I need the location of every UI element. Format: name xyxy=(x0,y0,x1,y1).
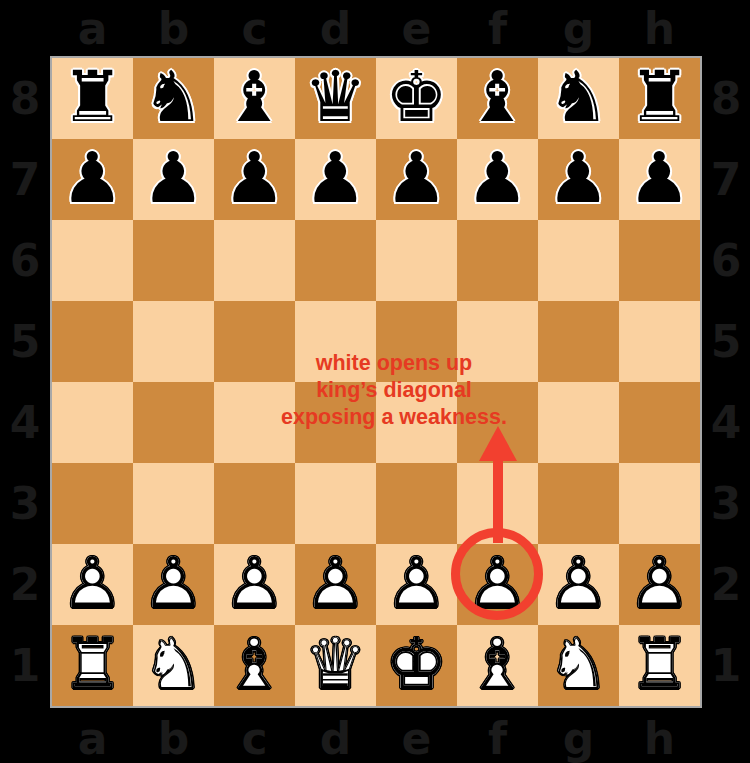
rook-glyph: ♜ xyxy=(52,58,133,139)
square-a2[interactable]: ♟♙ xyxy=(52,544,133,625)
piece-black-rook-h8[interactable]: ♜ xyxy=(619,58,700,139)
square-e8[interactable]: ♚ xyxy=(376,58,457,139)
square-b8[interactable]: ♞ xyxy=(133,58,214,139)
pawn-outline-glyph: ♙ xyxy=(52,544,133,625)
piece-black-king-e8[interactable]: ♚ xyxy=(376,58,457,139)
square-h7[interactable]: ♟ xyxy=(619,139,700,220)
piece-black-pawn-e7[interactable]: ♟ xyxy=(376,139,457,220)
pawn-glyph: ♟ xyxy=(619,139,700,220)
piece-white-knight-b1[interactable]: ♞♘ xyxy=(133,625,214,706)
file-label-top-c: c xyxy=(214,0,295,58)
pawn-glyph: ♟ xyxy=(133,139,214,220)
annotation-line-3: exposing a weakness. xyxy=(244,404,544,431)
knight-glyph: ♞ xyxy=(538,58,619,139)
rook-glyph: ♜ xyxy=(619,58,700,139)
rank-labels-right: 87654321 xyxy=(702,58,750,706)
square-h3[interactable] xyxy=(619,463,700,544)
rook-outline-glyph: ♖ xyxy=(52,625,133,706)
square-b4[interactable] xyxy=(133,382,214,463)
pawn-outline-glyph: ♙ xyxy=(538,544,619,625)
rook-outline-glyph: ♖ xyxy=(619,625,700,706)
pawn-glyph: ♟ xyxy=(376,139,457,220)
square-a7[interactable]: ♟ xyxy=(52,139,133,220)
square-g6[interactable] xyxy=(538,220,619,301)
square-e1[interactable]: ♚♔ xyxy=(376,625,457,706)
arrow-shaft xyxy=(493,455,503,543)
annotation-line-1: white opens up xyxy=(244,350,544,377)
pawn-glyph: ♟ xyxy=(214,139,295,220)
square-e2[interactable]: ♟♙ xyxy=(376,544,457,625)
square-b2[interactable]: ♟♙ xyxy=(133,544,214,625)
square-d7[interactable]: ♟ xyxy=(295,139,376,220)
knight-glyph: ♞ xyxy=(133,58,214,139)
square-a3[interactable] xyxy=(52,463,133,544)
piece-white-pawn-d2[interactable]: ♟♙ xyxy=(295,544,376,625)
pawn-glyph: ♟ xyxy=(52,139,133,220)
pawn-glyph: ♟ xyxy=(295,139,376,220)
square-c8[interactable]: ♝ xyxy=(214,58,295,139)
square-h4[interactable] xyxy=(619,382,700,463)
bishop-glyph: ♝ xyxy=(457,58,538,139)
file-label-bottom-d: d xyxy=(295,709,376,763)
square-g2[interactable]: ♟♙ xyxy=(538,544,619,625)
square-a8[interactable]: ♜ xyxy=(52,58,133,139)
square-b5[interactable] xyxy=(133,301,214,382)
piece-white-bishop-f1[interactable]: ♝♗ xyxy=(457,625,538,706)
piece-white-rook-a1[interactable]: ♜♖ xyxy=(52,625,133,706)
square-f6[interactable] xyxy=(457,220,538,301)
rank-label-right-1: 1 xyxy=(702,625,750,706)
piece-white-pawn-g2[interactable]: ♟♙ xyxy=(538,544,619,625)
square-h5[interactable] xyxy=(619,301,700,382)
bishop-outline-glyph: ♗ xyxy=(457,625,538,706)
square-g3[interactable] xyxy=(538,463,619,544)
square-h8[interactable]: ♜ xyxy=(619,58,700,139)
pawn-outline-glyph: ♙ xyxy=(295,544,376,625)
square-g1[interactable]: ♞♘ xyxy=(538,625,619,706)
piece-white-pawn-a2[interactable]: ♟♙ xyxy=(52,544,133,625)
rank-label-right-5: 5 xyxy=(702,301,750,382)
square-g4[interactable] xyxy=(538,382,619,463)
rank-label-right-8: 8 xyxy=(702,58,750,139)
piece-black-pawn-h7[interactable]: ♟ xyxy=(619,139,700,220)
rank-label-left-3: 3 xyxy=(0,463,50,544)
square-a6[interactable] xyxy=(52,220,133,301)
square-c7[interactable]: ♟ xyxy=(214,139,295,220)
rank-label-right-4: 4 xyxy=(702,382,750,463)
rank-label-right-6: 6 xyxy=(702,220,750,301)
square-d8[interactable]: ♛ xyxy=(295,58,376,139)
square-d3[interactable] xyxy=(295,463,376,544)
rank-label-left-1: 1 xyxy=(0,625,50,706)
square-f1[interactable]: ♝♗ xyxy=(457,625,538,706)
rank-label-right-7: 7 xyxy=(702,139,750,220)
square-c6[interactable] xyxy=(214,220,295,301)
piece-white-pawn-b2[interactable]: ♟♙ xyxy=(133,544,214,625)
piece-white-pawn-h2[interactable]: ♟♙ xyxy=(619,544,700,625)
bishop-outline-glyph: ♗ xyxy=(214,625,295,706)
file-label-bottom-h: h xyxy=(619,709,700,763)
square-a1[interactable]: ♜♖ xyxy=(52,625,133,706)
square-h6[interactable] xyxy=(619,220,700,301)
piece-black-pawn-c7[interactable]: ♟ xyxy=(214,139,295,220)
piece-black-rook-a8[interactable]: ♜ xyxy=(52,58,133,139)
king-outline-glyph: ♔ xyxy=(376,625,457,706)
piece-white-pawn-e2[interactable]: ♟♙ xyxy=(376,544,457,625)
king-glyph: ♚ xyxy=(376,58,457,139)
square-f7[interactable]: ♟ xyxy=(457,139,538,220)
piece-black-knight-b8[interactable]: ♞ xyxy=(133,58,214,139)
pawn-outline-glyph: ♙ xyxy=(619,544,700,625)
square-c2[interactable]: ♟♙ xyxy=(214,544,295,625)
piece-black-bishop-f8[interactable]: ♝ xyxy=(457,58,538,139)
square-g8[interactable]: ♞ xyxy=(538,58,619,139)
rank-label-left-2: 2 xyxy=(0,544,50,625)
square-h2[interactable]: ♟♙ xyxy=(619,544,700,625)
rank-label-left-6: 6 xyxy=(0,220,50,301)
piece-white-knight-g1[interactable]: ♞♘ xyxy=(538,625,619,706)
file-label-top-h: h xyxy=(619,0,700,58)
square-e6[interactable] xyxy=(376,220,457,301)
piece-white-pawn-c2[interactable]: ♟♙ xyxy=(214,544,295,625)
file-label-bottom-f: f xyxy=(457,709,538,763)
file-label-top-g: g xyxy=(538,0,619,58)
square-d1[interactable]: ♛♕ xyxy=(295,625,376,706)
square-b7[interactable]: ♟ xyxy=(133,139,214,220)
chess-diagram: abcdefgh 87654321 ♜♞♝♛♚♝♞♜♟♟♟♟♟♟♟♟♟♙♟♙♟♙… xyxy=(0,0,750,763)
file-label-top-d: d xyxy=(295,0,376,58)
file-label-top-e: e xyxy=(376,0,457,58)
file-label-bottom-e: e xyxy=(376,709,457,763)
piece-black-pawn-g7[interactable]: ♟ xyxy=(538,139,619,220)
square-b1[interactable]: ♞♘ xyxy=(133,625,214,706)
pawn-outline-glyph: ♙ xyxy=(214,544,295,625)
square-g5[interactable] xyxy=(538,301,619,382)
arrow-up-icon xyxy=(479,426,517,461)
square-e3[interactable] xyxy=(376,463,457,544)
rank-label-right-2: 2 xyxy=(702,544,750,625)
piece-white-rook-h1[interactable]: ♜♖ xyxy=(619,625,700,706)
pawn-outline-glyph: ♙ xyxy=(376,544,457,625)
pawn-glyph: ♟ xyxy=(538,139,619,220)
piece-black-pawn-d7[interactable]: ♟ xyxy=(295,139,376,220)
queen-outline-glyph: ♕ xyxy=(295,625,376,706)
file-labels-bottom: abcdefgh xyxy=(52,709,700,763)
file-label-bottom-g: g xyxy=(538,709,619,763)
rank-label-left-7: 7 xyxy=(0,139,50,220)
rank-label-left-5: 5 xyxy=(0,301,50,382)
knight-outline-glyph: ♘ xyxy=(538,625,619,706)
annotation-text: white opens up king’s diagonal exposing … xyxy=(244,350,544,431)
square-g7[interactable]: ♟ xyxy=(538,139,619,220)
file-labels-top: abcdefgh xyxy=(52,0,700,55)
file-label-top-a: a xyxy=(52,0,133,58)
knight-outline-glyph: ♘ xyxy=(133,625,214,706)
square-a4[interactable] xyxy=(52,382,133,463)
pawn-glyph: ♟ xyxy=(457,139,538,220)
piece-black-pawn-f7[interactable]: ♟ xyxy=(457,139,538,220)
file-label-bottom-b: b xyxy=(133,709,214,763)
rank-label-left-8: 8 xyxy=(0,58,50,139)
rank-labels-left: 87654321 xyxy=(0,58,50,706)
square-a5[interactable] xyxy=(52,301,133,382)
piece-white-king-e1[interactable]: ♚♔ xyxy=(376,625,457,706)
piece-white-queen-d1[interactable]: ♛♕ xyxy=(295,625,376,706)
file-label-bottom-a: a xyxy=(52,709,133,763)
annotation-line-2: king’s diagonal xyxy=(244,377,544,404)
bishop-glyph: ♝ xyxy=(214,58,295,139)
piece-black-pawn-b7[interactable]: ♟ xyxy=(133,139,214,220)
square-d2[interactable]: ♟♙ xyxy=(295,544,376,625)
square-c3[interactable] xyxy=(214,463,295,544)
piece-black-queen-d8[interactable]: ♛ xyxy=(295,58,376,139)
square-h1[interactable]: ♜♖ xyxy=(619,625,700,706)
rank-label-right-3: 3 xyxy=(702,463,750,544)
file-label-top-b: b xyxy=(133,0,214,58)
file-label-bottom-c: c xyxy=(214,709,295,763)
piece-white-bishop-c1[interactable]: ♝♗ xyxy=(214,625,295,706)
piece-black-knight-g8[interactable]: ♞ xyxy=(538,58,619,139)
square-d6[interactable] xyxy=(295,220,376,301)
square-e7[interactable]: ♟ xyxy=(376,139,457,220)
piece-black-bishop-c8[interactable]: ♝ xyxy=(214,58,295,139)
square-b3[interactable] xyxy=(133,463,214,544)
piece-black-pawn-a7[interactable]: ♟ xyxy=(52,139,133,220)
square-c1[interactable]: ♝♗ xyxy=(214,625,295,706)
square-f8[interactable]: ♝ xyxy=(457,58,538,139)
rank-label-left-4: 4 xyxy=(0,382,50,463)
pawn-outline-glyph: ♙ xyxy=(133,544,214,625)
square-b6[interactable] xyxy=(133,220,214,301)
queen-glyph: ♛ xyxy=(295,58,376,139)
file-label-top-f: f xyxy=(457,0,538,58)
